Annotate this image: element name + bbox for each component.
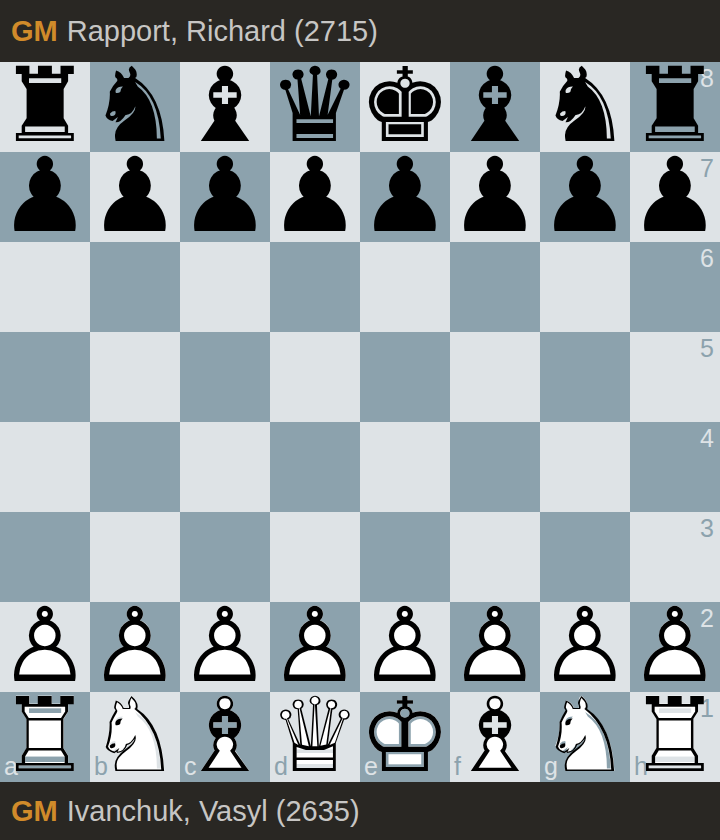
- white-piece-outline-glyph: ♖: [630, 692, 720, 782]
- square-b6[interactable]: [90, 242, 180, 332]
- black-piece-fill-glyph: ♝: [180, 62, 270, 152]
- square-g5[interactable]: [540, 332, 630, 422]
- piece-white-pawn[interactable]: ♟♙: [180, 602, 270, 692]
- square-g4[interactable]: [540, 422, 630, 512]
- white-piece-outline-glyph: ♗: [450, 692, 540, 782]
- white-piece-outline-glyph: ♖: [0, 692, 90, 782]
- square-d7[interactable]: ♟: [270, 152, 360, 242]
- white-piece-outline-glyph: ♔: [360, 692, 450, 782]
- piece-black-king[interactable]: ♚: [360, 62, 450, 152]
- rank-coordinate-5: 5: [700, 336, 714, 361]
- player-name-top: Rapport, Richard (2715): [67, 15, 378, 48]
- black-piece-fill-glyph: ♝: [450, 62, 540, 152]
- top-player-bar: GM Rapport, Richard (2715): [0, 0, 720, 62]
- piece-white-bishop[interactable]: ♝♗: [180, 692, 270, 782]
- square-c7[interactable]: ♟: [180, 152, 270, 242]
- piece-black-rook[interactable]: ♜: [630, 62, 720, 152]
- square-f1[interactable]: f♝♗: [450, 692, 540, 782]
- rank-coordinate-4: 4: [700, 426, 714, 451]
- square-g7[interactable]: ♟: [540, 152, 630, 242]
- square-c3[interactable]: [180, 512, 270, 602]
- rank-coordinate-6: 6: [700, 246, 714, 271]
- square-a7[interactable]: ♟: [0, 152, 90, 242]
- piece-white-pawn[interactable]: ♟♙: [90, 602, 180, 692]
- square-e1[interactable]: e♚♔: [360, 692, 450, 782]
- piece-black-pawn[interactable]: ♟: [630, 152, 720, 242]
- square-h2[interactable]: 2♟♙: [630, 602, 720, 692]
- white-piece-outline-glyph: ♙: [630, 602, 720, 692]
- square-h8[interactable]: 8♜: [630, 62, 720, 152]
- square-h5[interactable]: 5: [630, 332, 720, 422]
- square-g8[interactable]: ♞: [540, 62, 630, 152]
- chess-board[interactable]: ♜♞♝♛♚♝♞8♜♟♟♟♟♟♟♟7♟6543♟♙♟♙♟♙♟♙♟♙♟♙♟♙2♟♙a…: [0, 62, 720, 782]
- square-b7[interactable]: ♟: [90, 152, 180, 242]
- white-piece-outline-glyph: ♙: [360, 602, 450, 692]
- square-a5[interactable]: [0, 332, 90, 422]
- square-a1[interactable]: a♜♖: [0, 692, 90, 782]
- white-piece-outline-glyph: ♘: [540, 692, 630, 782]
- black-piece-fill-glyph: ♟: [180, 152, 270, 242]
- square-d6[interactable]: [270, 242, 360, 332]
- square-h4[interactable]: 4: [630, 422, 720, 512]
- piece-white-pawn[interactable]: ♟♙: [540, 602, 630, 692]
- black-piece-fill-glyph: ♟: [360, 152, 450, 242]
- white-piece-outline-glyph: ♙: [180, 602, 270, 692]
- piece-white-king[interactable]: ♚♔: [360, 692, 450, 782]
- square-f3[interactable]: [450, 512, 540, 602]
- square-e4[interactable]: [360, 422, 450, 512]
- piece-black-pawn[interactable]: ♟: [180, 152, 270, 242]
- square-g3[interactable]: [540, 512, 630, 602]
- square-f5[interactable]: [450, 332, 540, 422]
- square-c8[interactable]: ♝: [180, 62, 270, 152]
- black-piece-fill-glyph: ♛: [270, 62, 360, 152]
- square-f7[interactable]: ♟: [450, 152, 540, 242]
- square-c2[interactable]: ♟♙: [180, 602, 270, 692]
- square-a3[interactable]: [0, 512, 90, 602]
- square-c5[interactable]: [180, 332, 270, 422]
- piece-white-pawn[interactable]: ♟♙: [630, 602, 720, 692]
- square-b2[interactable]: ♟♙: [90, 602, 180, 692]
- black-piece-fill-glyph: ♟: [630, 152, 720, 242]
- square-b4[interactable]: [90, 422, 180, 512]
- piece-black-pawn[interactable]: ♟: [450, 152, 540, 242]
- piece-white-bishop[interactable]: ♝♗: [450, 692, 540, 782]
- square-e2[interactable]: ♟♙: [360, 602, 450, 692]
- square-e7[interactable]: ♟: [360, 152, 450, 242]
- piece-black-pawn[interactable]: ♟: [0, 152, 90, 242]
- piece-white-knight[interactable]: ♞♘: [90, 692, 180, 782]
- black-piece-fill-glyph: ♟: [450, 152, 540, 242]
- square-d1[interactable]: d♛♕: [270, 692, 360, 782]
- square-g2[interactable]: ♟♙: [540, 602, 630, 692]
- rank-coordinate-3: 3: [700, 516, 714, 541]
- black-piece-fill-glyph: ♟: [270, 152, 360, 242]
- square-h3[interactable]: 3: [630, 512, 720, 602]
- piece-black-bishop[interactable]: ♝: [180, 62, 270, 152]
- square-e6[interactable]: [360, 242, 450, 332]
- square-h7[interactable]: 7♟: [630, 152, 720, 242]
- broadcast-view: GM Rapport, Richard (2715) ♜♞♝♛♚♝♞8♜♟♟♟♟…: [0, 0, 720, 840]
- black-piece-fill-glyph: ♟: [540, 152, 630, 242]
- white-piece-outline-glyph: ♙: [450, 602, 540, 692]
- square-c4[interactable]: [180, 422, 270, 512]
- piece-black-pawn[interactable]: ♟: [360, 152, 450, 242]
- square-c6[interactable]: [180, 242, 270, 332]
- square-c1[interactable]: c♝♗: [180, 692, 270, 782]
- square-a6[interactable]: [0, 242, 90, 332]
- square-b1[interactable]: b♞♘: [90, 692, 180, 782]
- square-g1[interactable]: g♞♘: [540, 692, 630, 782]
- piece-white-rook[interactable]: ♜♖: [630, 692, 720, 782]
- square-f6[interactable]: [450, 242, 540, 332]
- bottom-player-bar: GM Ivanchuk, Vasyl (2635): [0, 782, 720, 840]
- piece-black-pawn[interactable]: ♟: [540, 152, 630, 242]
- white-piece-outline-glyph: ♙: [0, 602, 90, 692]
- piece-black-knight[interactable]: ♞: [540, 62, 630, 152]
- white-piece-outline-glyph: ♕: [270, 692, 360, 782]
- white-piece-outline-glyph: ♗: [180, 692, 270, 782]
- square-f8[interactable]: ♝: [450, 62, 540, 152]
- square-d8[interactable]: ♛: [270, 62, 360, 152]
- black-piece-fill-glyph: ♟: [0, 152, 90, 242]
- square-e3[interactable]: [360, 512, 450, 602]
- piece-white-queen[interactable]: ♛♕: [270, 692, 360, 782]
- player-name-bottom: Ivanchuk, Vasyl (2635): [67, 795, 360, 828]
- player-title-bottom: GM: [11, 795, 58, 828]
- square-g6[interactable]: [540, 242, 630, 332]
- square-b3[interactable]: [90, 512, 180, 602]
- piece-white-knight[interactable]: ♞♘: [540, 692, 630, 782]
- square-d5[interactable]: [270, 332, 360, 422]
- piece-black-pawn[interactable]: ♟: [90, 152, 180, 242]
- square-f2[interactable]: ♟♙: [450, 602, 540, 692]
- piece-white-pawn[interactable]: ♟♙: [450, 602, 540, 692]
- white-piece-outline-glyph: ♙: [270, 602, 360, 692]
- black-piece-fill-glyph: ♚: [360, 62, 450, 152]
- piece-white-pawn[interactable]: ♟♙: [270, 602, 360, 692]
- square-f4[interactable]: [450, 422, 540, 512]
- white-piece-outline-glyph: ♙: [540, 602, 630, 692]
- white-piece-outline-glyph: ♘: [90, 692, 180, 782]
- square-d4[interactable]: [270, 422, 360, 512]
- square-e5[interactable]: [360, 332, 450, 422]
- square-b5[interactable]: [90, 332, 180, 422]
- square-h1[interactable]: 1h♜♖: [630, 692, 720, 782]
- piece-black-bishop[interactable]: ♝: [450, 62, 540, 152]
- piece-black-rook[interactable]: ♜: [0, 62, 90, 152]
- black-piece-fill-glyph: ♜: [0, 62, 90, 152]
- square-a4[interactable]: [0, 422, 90, 512]
- square-d3[interactable]: [270, 512, 360, 602]
- black-piece-fill-glyph: ♜: [630, 62, 720, 152]
- player-title-top: GM: [11, 15, 58, 48]
- square-a2[interactable]: ♟♙: [0, 602, 90, 692]
- piece-black-knight[interactable]: ♞: [90, 62, 180, 152]
- piece-white-pawn[interactable]: ♟♙: [0, 602, 90, 692]
- square-d2[interactable]: ♟♙: [270, 602, 360, 692]
- piece-white-pawn[interactable]: ♟♙: [360, 602, 450, 692]
- white-piece-outline-glyph: ♙: [90, 602, 180, 692]
- black-piece-fill-glyph: ♞: [90, 62, 180, 152]
- square-h6[interactable]: 6: [630, 242, 720, 332]
- piece-white-rook[interactable]: ♜♖: [0, 692, 90, 782]
- square-e8[interactable]: ♚: [360, 62, 450, 152]
- square-b8[interactable]: ♞: [90, 62, 180, 152]
- black-piece-fill-glyph: ♟: [90, 152, 180, 242]
- piece-black-queen[interactable]: ♛: [270, 62, 360, 152]
- black-piece-fill-glyph: ♞: [540, 62, 630, 152]
- square-a8[interactable]: ♜: [0, 62, 90, 152]
- piece-black-pawn[interactable]: ♟: [270, 152, 360, 242]
